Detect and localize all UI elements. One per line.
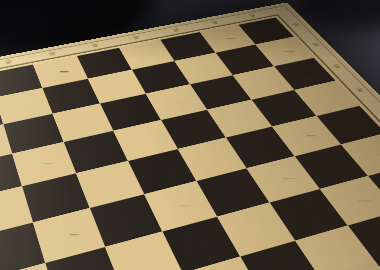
white-pawn-h3[interactable]: ♟ [364,127,380,157]
white-knight-f3[interactable]: ♞ [263,140,302,184]
white-knight-e1[interactable]: ♞ [259,226,304,270]
black-pawn-e6[interactable]: ♟ [164,77,189,105]
white-king-e4[interactable]: ♚ [187,110,237,165]
black-pawn-b6[interactable]: ♟ [20,107,46,136]
chess-board[interactable]: ♛♛♛♛♛♛♛♛♛♛♛♛♛♛♛♛♛♛♛♛♛♛♛♛♛♛♛♛♛♛♛♛♞♝♛♚♛♝♜♞… [0,2,380,270]
table-surface: ♛♛♛♛♛♛♛♛♛♛♛♛♛♛♛♛♛♛♛♛♛♛♛♛♛♛♛♛♛♛♛♛♞♝♛♚♛♝♜♞… [0,0,380,270]
white-pawn-b5[interactable]: ♟ [30,136,57,167]
white-pawn-d3[interactable]: ♟ [166,177,195,210]
white-pawn-h4[interactable]: ♟ [338,99,364,128]
black-pawn-g7[interactable]: ♟ [233,37,256,62]
black-queen-d8[interactable]: ♛ [85,25,124,68]
black-pawn-c7[interactable]: ♟ [59,72,83,99]
black-queen-f8[interactable]: ♛ [169,9,207,51]
white-bishop-b3[interactable]: ♝ [47,191,91,240]
chess-scene: ♛♛♛♛♛♛♛♛♛♛♛♛♛♛♛♛♛♛♛♛♛♛♛♛♛♛♛♛♛♛♛♛♞♝♛♚♛♝♜♞… [0,0,380,270]
white-knight-g2[interactable]: ♞ [338,160,378,205]
white-pawn-d2[interactable]: ♟ [185,213,216,248]
